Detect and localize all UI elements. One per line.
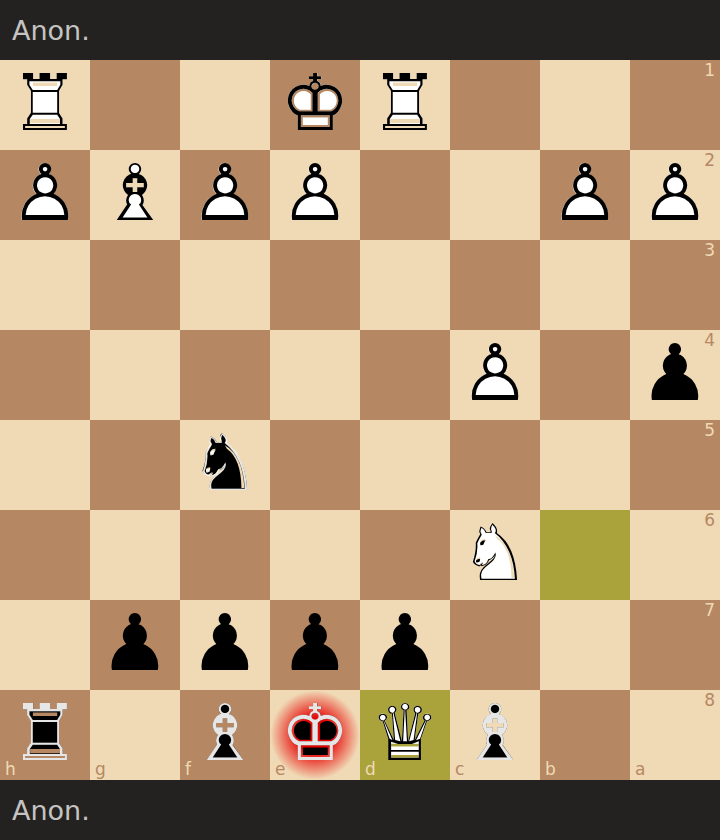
white-rook[interactable]: ♜♖ [360, 60, 450, 150]
white-pawn-outline: ♙ [0, 150, 90, 240]
square-g6[interactable] [90, 510, 180, 600]
square-e8[interactable]: ♚♔e [270, 690, 360, 780]
square-d4[interactable] [360, 330, 450, 420]
rank-label-8: 8 [704, 692, 715, 709]
square-g7[interactable]: ♟ [90, 600, 180, 690]
square-c2[interactable] [450, 150, 540, 240]
white-knight[interactable]: ♞♘ [450, 510, 540, 600]
square-e5[interactable] [270, 420, 360, 510]
square-f1[interactable] [180, 60, 270, 150]
square-d3[interactable] [360, 240, 450, 330]
white-pawn-outline: ♙ [180, 150, 270, 240]
square-g2[interactable]: ♝♗ [90, 150, 180, 240]
white-bishop[interactable]: ♝♗ [90, 150, 180, 240]
white-king[interactable]: ♚♔ [270, 60, 360, 150]
square-h2[interactable]: ♟♙ [0, 150, 90, 240]
square-a3[interactable]: 3 [630, 240, 720, 330]
square-h6[interactable] [0, 510, 90, 600]
square-f7[interactable]: ♟ [180, 600, 270, 690]
square-b2[interactable]: ♟♙ [540, 150, 630, 240]
square-f8[interactable]: ♝♗f [180, 690, 270, 780]
square-f3[interactable] [180, 240, 270, 330]
square-h4[interactable] [0, 330, 90, 420]
square-d2[interactable] [360, 150, 450, 240]
square-e2[interactable]: ♟♙ [270, 150, 360, 240]
white-rook-outline: ♖ [360, 60, 450, 150]
square-f2[interactable]: ♟♙ [180, 150, 270, 240]
square-d7[interactable]: ♟ [360, 600, 450, 690]
square-g4[interactable] [90, 330, 180, 420]
square-g1[interactable] [90, 60, 180, 150]
square-b5[interactable] [540, 420, 630, 510]
rank-label-4: 4 [704, 332, 715, 349]
square-f5[interactable]: ♞♘ [180, 420, 270, 510]
square-e3[interactable] [270, 240, 360, 330]
square-c4[interactable]: ♟♙ [450, 330, 540, 420]
square-f4[interactable] [180, 330, 270, 420]
top-player-bar: Anon. [0, 0, 720, 60]
bottom-player-name: Anon. [12, 795, 90, 826]
file-label-c: c [455, 761, 464, 778]
square-b4[interactable] [540, 330, 630, 420]
square-e7[interactable]: ♟ [270, 600, 360, 690]
white-pawn[interactable]: ♟♙ [270, 150, 360, 240]
black-bishop-outline: ♗ [180, 690, 270, 780]
square-a1[interactable]: 1 [630, 60, 720, 150]
square-c1[interactable] [450, 60, 540, 150]
square-g3[interactable] [90, 240, 180, 330]
square-h1[interactable]: ♜♖ [0, 60, 90, 150]
square-g5[interactable] [90, 420, 180, 510]
file-label-f: f [185, 761, 191, 778]
square-d5[interactable] [360, 420, 450, 510]
file-label-b: b [545, 761, 556, 778]
square-a5[interactable]: 5 [630, 420, 720, 510]
rank-label-5: 5 [704, 422, 715, 439]
top-player-name: Anon. [12, 15, 90, 46]
square-a2[interactable]: ♟♙2 [630, 150, 720, 240]
rank-label-6: 6 [704, 512, 715, 529]
black-pawn[interactable]: ♟ [180, 600, 270, 690]
white-knight-outline: ♘ [450, 510, 540, 600]
square-a6[interactable]: 6 [630, 510, 720, 600]
black-pawn-glyph: ♟ [180, 600, 270, 690]
square-c8[interactable]: ♝♗c [450, 690, 540, 780]
square-b8[interactable]: b [540, 690, 630, 780]
black-pawn-glyph: ♟ [360, 600, 450, 690]
black-pawn[interactable]: ♟ [90, 600, 180, 690]
white-pawn[interactable]: ♟♙ [540, 150, 630, 240]
rank-label-2: 2 [704, 152, 715, 169]
rank-label-3: 3 [704, 242, 715, 259]
square-e1[interactable]: ♚♔ [270, 60, 360, 150]
file-label-h: h [5, 761, 16, 778]
white-pawn[interactable]: ♟♙ [450, 330, 540, 420]
black-pawn[interactable]: ♟ [270, 600, 360, 690]
square-c7[interactable] [450, 600, 540, 690]
square-d1[interactable]: ♜♖ [360, 60, 450, 150]
white-pawn[interactable]: ♟♙ [180, 150, 270, 240]
white-pawn-outline: ♙ [270, 150, 360, 240]
white-rook[interactable]: ♜♖ [0, 60, 90, 150]
square-h8[interactable]: ♜♖h [0, 690, 90, 780]
black-knight[interactable]: ♞♘ [180, 420, 270, 510]
black-pawn-glyph: ♟ [90, 600, 180, 690]
file-label-e: e [275, 761, 285, 778]
square-b1[interactable] [540, 60, 630, 150]
square-h5[interactable] [0, 420, 90, 510]
black-bishop[interactable]: ♝♗ [180, 690, 270, 780]
square-a4[interactable]: ♟4 [630, 330, 720, 420]
white-pawn[interactable]: ♟♙ [0, 150, 90, 240]
white-king-outline: ♔ [270, 60, 360, 150]
white-rook-outline: ♖ [0, 60, 90, 150]
square-e4[interactable] [270, 330, 360, 420]
square-b7[interactable] [540, 600, 630, 690]
square-b6[interactable] [540, 510, 630, 600]
rank-label-1: 1 [704, 62, 715, 79]
black-knight-outline: ♘ [180, 420, 270, 510]
chess-board[interactable]: ♜♖♚♔♜♖1♟♙♝♗♟♙♟♙♟♙♟♙23♟♙♟4♞♘5♞♘6♟♟♟♟7♜♖hg… [0, 60, 720, 780]
square-a7[interactable]: 7 [630, 600, 720, 690]
square-f6[interactable] [180, 510, 270, 600]
black-pawn-glyph: ♟ [270, 600, 360, 690]
square-b3[interactable] [540, 240, 630, 330]
black-pawn[interactable]: ♟ [360, 600, 450, 690]
square-c6[interactable]: ♞♘ [450, 510, 540, 600]
file-label-a: a [635, 761, 645, 778]
chess-app: Anon. ♜♖♚♔♜♖1♟♙♝♗♟♙♟♙♟♙♟♙23♟♙♟4♞♘5♞♘6♟♟♟… [0, 0, 720, 840]
square-h7[interactable] [0, 600, 90, 690]
white-pawn-outline: ♙ [450, 330, 540, 420]
square-g8[interactable]: g [90, 690, 180, 780]
rank-label-7: 7 [704, 602, 715, 619]
square-a8[interactable]: 8a [630, 690, 720, 780]
square-d8[interactable]: ♛♕d [360, 690, 450, 780]
square-e6[interactable] [270, 510, 360, 600]
white-pawn-outline: ♙ [540, 150, 630, 240]
square-c5[interactable] [450, 420, 540, 510]
square-d6[interactable] [360, 510, 450, 600]
square-h3[interactable] [0, 240, 90, 330]
file-label-g: g [95, 761, 106, 778]
square-c3[interactable] [450, 240, 540, 330]
file-label-d: d [365, 761, 376, 778]
bottom-player-bar: Anon. [0, 780, 720, 840]
white-bishop-outline: ♗ [90, 150, 180, 240]
